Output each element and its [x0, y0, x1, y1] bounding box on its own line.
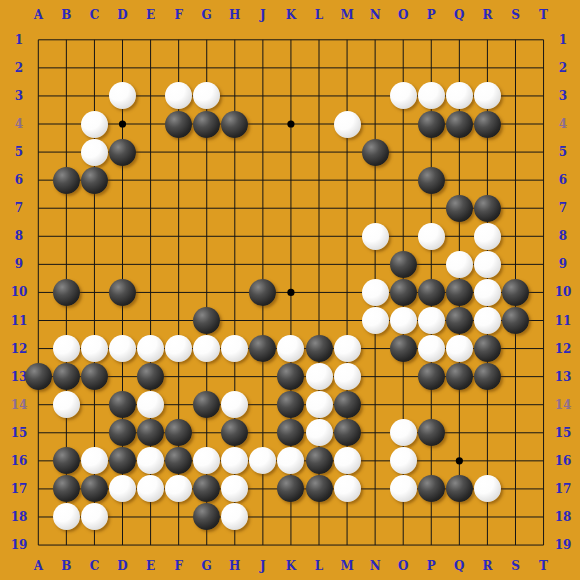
- column-label-bottom: S: [511, 560, 520, 572]
- row-label-right: 13: [555, 371, 572, 383]
- column-label-bottom: T: [539, 560, 548, 572]
- row-label-right: 19: [555, 539, 572, 551]
- stone-white: [109, 335, 136, 362]
- stone-white: [81, 139, 108, 166]
- column-label-top: Q: [454, 9, 464, 21]
- row-label-left: 8: [15, 230, 23, 242]
- star-point: [119, 120, 126, 127]
- column-label-bottom: K: [286, 560, 296, 572]
- stone-black: [474, 363, 501, 390]
- stone-black: [334, 391, 361, 418]
- stone-black: [306, 475, 333, 502]
- stone-black: [446, 363, 473, 390]
- stone-black: [53, 167, 80, 194]
- row-label-left: 1: [15, 34, 23, 46]
- row-label-left: 15: [11, 427, 28, 439]
- column-label-bottom: D: [117, 560, 127, 572]
- stone-black: [53, 447, 80, 474]
- stone-white: [362, 279, 389, 306]
- row-label-left: 4: [15, 118, 23, 130]
- stone-black: [306, 447, 333, 474]
- stone-black: [81, 363, 108, 390]
- row-label-right: 15: [555, 427, 572, 439]
- stone-white: [165, 335, 192, 362]
- stone-black: [502, 307, 529, 334]
- stone-white: [446, 335, 473, 362]
- column-label-bottom: M: [340, 560, 353, 572]
- row-label-right: 6: [559, 174, 567, 186]
- stone-black: [474, 111, 501, 138]
- row-label-right: 2: [559, 62, 567, 74]
- row-label-left: 18: [11, 511, 28, 523]
- stone-black: [446, 195, 473, 222]
- column-label-bottom: J: [260, 560, 266, 572]
- stone-white: [418, 223, 445, 250]
- column-label-top: A: [34, 9, 43, 21]
- stone-black: [334, 419, 361, 446]
- stone-white: [390, 82, 417, 109]
- stone-black: [109, 139, 136, 166]
- row-label-left: 14: [11, 399, 28, 411]
- stone-black: [418, 167, 445, 194]
- star-point: [456, 457, 463, 464]
- row-label-left: 16: [11, 455, 28, 467]
- column-label-top: J: [260, 9, 266, 21]
- row-label-left: 10: [11, 286, 28, 298]
- column-label-bottom: E: [146, 560, 155, 572]
- row-label-left: 7: [15, 202, 23, 214]
- stone-white: [306, 363, 333, 390]
- column-label-bottom: F: [174, 560, 183, 572]
- row-label-left: 19: [11, 539, 28, 551]
- column-label-top: D: [117, 9, 127, 21]
- stone-black: [418, 279, 445, 306]
- column-label-bottom: N: [370, 560, 381, 572]
- stone-black: [25, 363, 52, 390]
- stone-white: [334, 335, 361, 362]
- stone-black: [221, 111, 248, 138]
- stone-white: [390, 419, 417, 446]
- row-label-right: 3: [559, 90, 567, 102]
- row-label-left: 11: [11, 315, 28, 327]
- stone-black: [502, 279, 529, 306]
- stone-black: [165, 111, 192, 138]
- star-point: [287, 289, 294, 296]
- stone-black: [418, 475, 445, 502]
- row-label-left: 17: [11, 483, 28, 495]
- row-label-right: 5: [559, 146, 567, 158]
- stone-black: [306, 335, 333, 362]
- stone-white: [474, 307, 501, 334]
- row-label-right: 9: [559, 258, 567, 270]
- stone-white: [418, 82, 445, 109]
- stone-black: [81, 167, 108, 194]
- column-label-bottom: H: [229, 560, 240, 572]
- stone-white: [334, 363, 361, 390]
- column-label-bottom: Q: [454, 560, 464, 572]
- column-label-top: N: [370, 9, 381, 21]
- row-label-right: 8: [559, 230, 567, 242]
- column-label-top: C: [90, 9, 100, 21]
- stone-white: [53, 391, 80, 418]
- stone-black: [446, 307, 473, 334]
- column-label-top: F: [174, 9, 183, 21]
- column-label-top: H: [229, 9, 240, 21]
- column-label-top: S: [511, 9, 520, 21]
- stone-white: [474, 251, 501, 278]
- column-label-top: L: [315, 9, 323, 21]
- row-label-left: 12: [11, 343, 28, 355]
- row-label-right: 7: [559, 202, 567, 214]
- stone-white: [362, 223, 389, 250]
- column-label-bottom: G: [202, 560, 212, 572]
- column-label-top: P: [427, 9, 436, 21]
- stone-black: [418, 111, 445, 138]
- row-label-left: 9: [15, 258, 23, 270]
- stone-black: [446, 279, 473, 306]
- column-label-top: M: [340, 9, 353, 21]
- stone-white: [306, 419, 333, 446]
- stone-white: [334, 111, 361, 138]
- row-label-right: 1: [559, 34, 567, 46]
- column-label-top: K: [286, 9, 296, 21]
- stone-black: [137, 363, 164, 390]
- row-label-right: 16: [555, 455, 572, 467]
- row-label-right: 10: [555, 286, 572, 298]
- stone-white: [137, 335, 164, 362]
- column-label-bottom: P: [427, 560, 436, 572]
- stone-white: [334, 475, 361, 502]
- column-label-bottom: L: [315, 560, 323, 572]
- column-label-top: G: [202, 9, 212, 21]
- stone-white: [53, 335, 80, 362]
- row-label-right: 18: [555, 511, 572, 523]
- stone-black: [390, 279, 417, 306]
- row-label-right: 12: [555, 343, 572, 355]
- stone-white: [390, 307, 417, 334]
- column-label-top: R: [482, 9, 492, 21]
- stone-white: [362, 307, 389, 334]
- column-label-top: B: [61, 9, 71, 21]
- go-board-screen: AABBCCDDEEFFGGHHJJKKLLMMNNOOPPQQRRSSTT11…: [0, 0, 580, 580]
- stone-black: [193, 111, 220, 138]
- column-label-bottom: B: [61, 560, 71, 572]
- column-label-top: E: [146, 9, 155, 21]
- column-label-bottom: R: [482, 560, 492, 572]
- stone-black: [418, 363, 445, 390]
- stone-black: [109, 391, 136, 418]
- stone-white: [418, 335, 445, 362]
- stone-black: [53, 279, 80, 306]
- stone-white: [306, 391, 333, 418]
- row-label-left: 5: [15, 146, 23, 158]
- stone-white: [446, 251, 473, 278]
- row-label-right: 14: [555, 399, 572, 411]
- stone-white: [418, 307, 445, 334]
- stone-black: [53, 363, 80, 390]
- column-label-top: T: [539, 9, 548, 21]
- row-label-left: 3: [15, 90, 23, 102]
- stone-white: [390, 447, 417, 474]
- goban[interactable]: AABBCCDDEEFFGGHHJJKKLLMMNNOOPPQQRRSSTT11…: [0, 0, 580, 580]
- stone-black: [474, 335, 501, 362]
- stone-white: [390, 475, 417, 502]
- stone-black: [109, 279, 136, 306]
- stone-white: [334, 447, 361, 474]
- row-label-left: 2: [15, 62, 23, 74]
- star-point: [287, 120, 294, 127]
- row-label-right: 11: [555, 315, 572, 327]
- stone-white: [81, 111, 108, 138]
- stone-black: [474, 195, 501, 222]
- stone-white: [81, 335, 108, 362]
- stone-white: [474, 223, 501, 250]
- stone-black: [446, 111, 473, 138]
- row-label-right: 4: [559, 118, 567, 130]
- column-label-bottom: A: [34, 560, 43, 572]
- column-label-bottom: C: [90, 560, 100, 572]
- stone-black: [390, 251, 417, 278]
- stone-black: [418, 419, 445, 446]
- row-label-left: 6: [15, 174, 23, 186]
- row-label-right: 17: [555, 483, 572, 495]
- stone-black: [362, 139, 389, 166]
- stone-white: [474, 279, 501, 306]
- column-label-bottom: O: [398, 560, 408, 572]
- column-label-top: O: [398, 9, 408, 21]
- stone-black: [390, 335, 417, 362]
